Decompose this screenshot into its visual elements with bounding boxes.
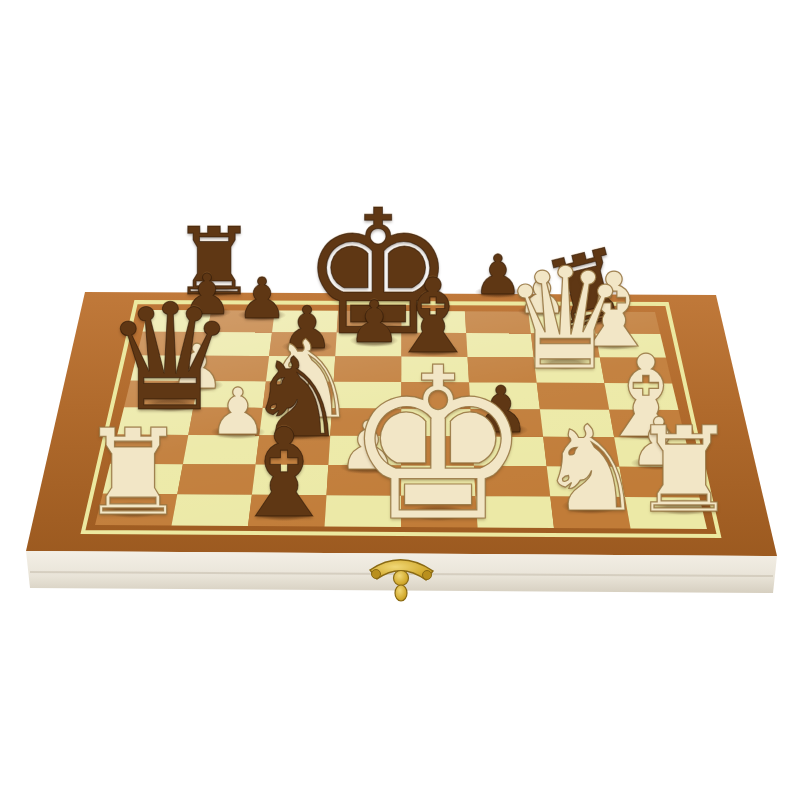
board-gloss xyxy=(95,310,707,529)
chess-board xyxy=(0,0,800,800)
product-photo: ♜♟♟♟♟♜♚♟♝♟♝♛♟♛♞♟♟♞♝♟♟♞♜♜♝♚ xyxy=(0,0,800,800)
